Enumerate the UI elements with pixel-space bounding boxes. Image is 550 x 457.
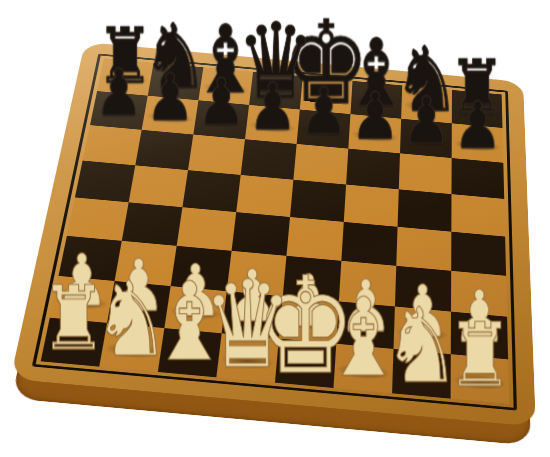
square-h8[interactable]: [452, 90, 503, 128]
square-g5[interactable]: [398, 189, 452, 231]
square-a7[interactable]: [90, 91, 148, 130]
square-h7[interactable]: [452, 123, 504, 162]
square-f6[interactable]: [346, 149, 400, 190]
square-d7[interactable]: [245, 105, 300, 144]
square-g6[interactable]: [399, 153, 452, 194]
square-f8[interactable]: [350, 81, 402, 119]
square-d8[interactable]: [249, 72, 303, 110]
square-a6[interactable]: [83, 125, 142, 165]
chess-board: ♜♞♝♛♚♝♞♜♟♟♟♟♟♟♟♟♟♟♟♟♟♟♟♟♜♞♝♛♚♝♞♜: [10, 42, 536, 427]
square-c5[interactable]: [182, 170, 240, 212]
white-queen-d1[interactable]: ♛: [184, 264, 311, 385]
square-d5[interactable]: [236, 175, 293, 217]
square-h5[interactable]: [451, 194, 505, 236]
square-b6[interactable]: [135, 130, 193, 170]
white-knight-b1[interactable]: ♞: [68, 267, 195, 371]
square-h6[interactable]: [451, 158, 504, 199]
square-f7[interactable]: [348, 114, 401, 153]
square-e7[interactable]: [297, 110, 351, 149]
square-a8[interactable]: [97, 58, 154, 95]
square-b5[interactable]: [129, 165, 188, 207]
square-e8[interactable]: [300, 76, 353, 114]
square-g7[interactable]: [400, 119, 452, 158]
square-c8[interactable]: [198, 67, 253, 105]
square-e6[interactable]: [293, 144, 348, 185]
square-a5[interactable]: [75, 161, 135, 203]
chess-set-photo: ♜♞♝♛♚♝♞♜♟♟♟♟♟♟♟♟♟♟♟♟♟♟♟♟♜♞♝♛♚♝♞♜: [0, 0, 550, 457]
square-b7[interactable]: [142, 96, 199, 135]
square-g8[interactable]: [401, 85, 452, 123]
square-e5[interactable]: [290, 180, 346, 222]
square-b8[interactable]: [148, 63, 204, 100]
square-c7[interactable]: [193, 100, 249, 139]
square-d6[interactable]: [241, 139, 297, 180]
square-c6[interactable]: [188, 135, 245, 175]
square-f5[interactable]: [344, 185, 399, 227]
white-knight-g1[interactable]: ♞: [358, 294, 485, 398]
